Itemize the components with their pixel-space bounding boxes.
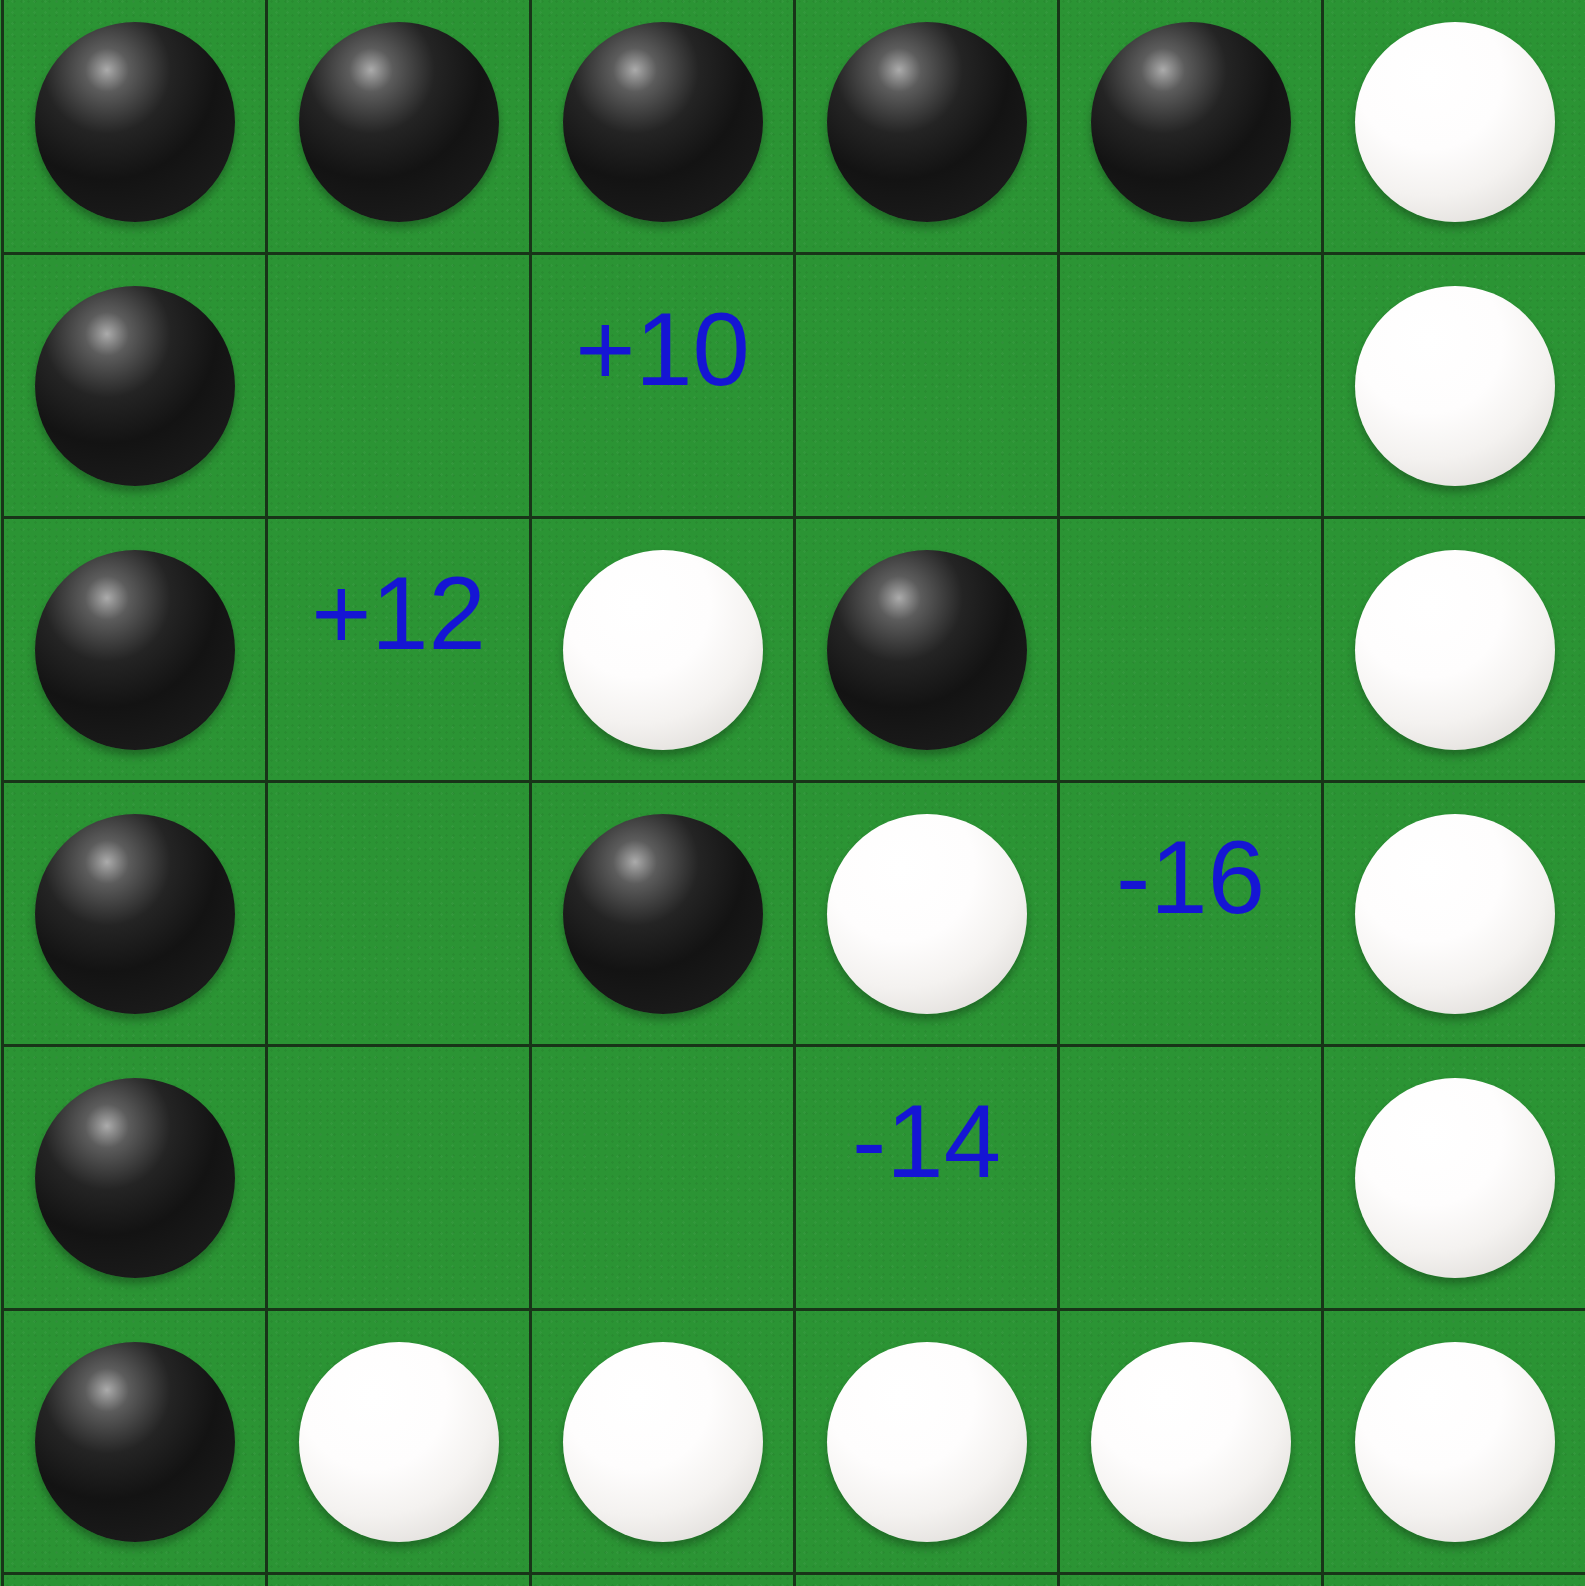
white-disc (1355, 22, 1555, 222)
black-disc (35, 22, 235, 222)
cell-r5c3[interactable] (529, 1044, 793, 1308)
cell-r5c2[interactable] (265, 1044, 529, 1308)
cell-r3c1[interactable] (1, 516, 265, 780)
cell-r6c6[interactable] (1321, 1308, 1585, 1572)
white-disc (299, 1342, 499, 1542)
white-disc (827, 814, 1027, 1014)
othello-board: +10+12-16-14 (1, 0, 1585, 1586)
eval-annotation: -16 (1116, 825, 1265, 928)
white-disc (1091, 1342, 1291, 1542)
cell-r5c6[interactable] (1321, 1044, 1585, 1308)
cell-r6c1[interactable] (1, 1308, 265, 1572)
cell-r4c5[interactable]: -16 (1057, 780, 1321, 1044)
cell-r4c6[interactable] (1321, 780, 1585, 1044)
black-disc (827, 550, 1027, 750)
white-disc (563, 1342, 763, 1542)
white-disc (1355, 550, 1555, 750)
black-disc (35, 814, 235, 1014)
cell-r3c6[interactable] (1321, 516, 1585, 780)
eval-annotation: +10 (575, 297, 750, 400)
cell-r1c6[interactable] (1321, 0, 1585, 252)
cell-r6c2[interactable] (265, 1308, 529, 1572)
cell-r2c5[interactable] (1057, 252, 1321, 516)
cell-r1c5[interactable] (1057, 0, 1321, 252)
cell-r6c4[interactable] (793, 1308, 1057, 1572)
black-disc (35, 286, 235, 486)
board-viewport: +10+12-16-14 (0, 0, 1585, 1586)
cell-r2c4[interactable] (793, 252, 1057, 516)
cell-r7c1[interactable] (1, 1572, 265, 1586)
cell-r5c5[interactable] (1057, 1044, 1321, 1308)
cell-r4c4[interactable] (793, 780, 1057, 1044)
cell-r1c2[interactable] (265, 0, 529, 252)
cell-r7c6[interactable] (1321, 1572, 1585, 1586)
white-disc (563, 550, 763, 750)
cell-r5c1[interactable] (1, 1044, 265, 1308)
black-disc (299, 22, 499, 222)
cell-r2c6[interactable] (1321, 252, 1585, 516)
cell-r4c2[interactable] (265, 780, 529, 1044)
cell-r4c1[interactable] (1, 780, 265, 1044)
cell-r2c2[interactable] (265, 252, 529, 516)
cell-r2c3[interactable]: +10 (529, 252, 793, 516)
black-disc (1091, 22, 1291, 222)
cell-r3c5[interactable] (1057, 516, 1321, 780)
cell-r3c4[interactable] (793, 516, 1057, 780)
white-disc (1355, 814, 1555, 1014)
cell-r4c3[interactable] (529, 780, 793, 1044)
cell-r5c4[interactable]: -14 (793, 1044, 1057, 1308)
white-disc (1355, 1342, 1555, 1542)
eval-annotation: -14 (852, 1089, 1001, 1192)
white-disc (1355, 1078, 1555, 1278)
black-disc (35, 1342, 235, 1542)
cell-r6c3[interactable] (529, 1308, 793, 1572)
black-disc (35, 1078, 235, 1278)
black-disc (563, 814, 763, 1014)
black-disc (35, 550, 235, 750)
cell-r3c2[interactable]: +12 (265, 516, 529, 780)
cell-r7c4[interactable] (793, 1572, 1057, 1586)
cell-r1c4[interactable] (793, 0, 1057, 252)
black-disc (563, 22, 763, 222)
white-disc (1355, 286, 1555, 486)
cell-r2c1[interactable] (1, 252, 265, 516)
cell-r3c3[interactable] (529, 516, 793, 780)
cell-r7c2[interactable] (265, 1572, 529, 1586)
black-disc (827, 22, 1027, 222)
cell-r7c5[interactable] (1057, 1572, 1321, 1586)
cell-r1c1[interactable] (1, 0, 265, 252)
eval-annotation: +12 (311, 561, 486, 664)
cell-r7c3[interactable] (529, 1572, 793, 1586)
white-disc (827, 1342, 1027, 1542)
cell-r1c3[interactable] (529, 0, 793, 252)
cell-r6c5[interactable] (1057, 1308, 1321, 1572)
